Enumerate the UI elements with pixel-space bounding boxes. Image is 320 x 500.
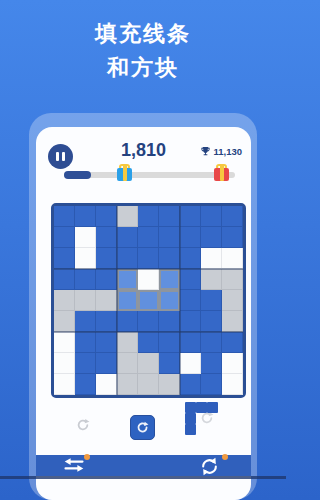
bottom-bar [36, 455, 251, 476]
board-cell-r8c9[interactable] [222, 353, 243, 374]
piece-block [185, 413, 196, 424]
board-cell-r9c6[interactable] [159, 374, 180, 395]
board-cell-r4c2[interactable] [75, 269, 96, 290]
board-cell-r9c9[interactable] [222, 374, 243, 395]
board-cell-r3c2[interactable] [75, 248, 96, 269]
board-cell-r1c6[interactable] [159, 206, 180, 227]
board-cell-r7c5[interactable] [138, 332, 159, 353]
board-cell-r8c7[interactable] [180, 353, 201, 374]
board-cell-r9c2[interactable] [75, 374, 96, 395]
title-line-1: 填充线条 [0, 17, 286, 51]
subgrid-line-h1 [54, 268, 243, 270]
board-cell-r1c9[interactable] [222, 206, 243, 227]
board-cell-r5c9[interactable] [222, 290, 243, 311]
board-cell-r2c1[interactable] [54, 227, 75, 248]
game-board[interactable] [51, 203, 246, 398]
progress-fill [64, 171, 91, 179]
board-cell-r4c7[interactable] [180, 269, 201, 290]
gift-blue-icon [117, 164, 132, 181]
swap-badge [84, 454, 90, 460]
board-cell-r5c6[interactable] [159, 290, 180, 311]
board-cell-r9c5[interactable] [138, 374, 159, 395]
board-cell-r8c1[interactable] [54, 353, 75, 374]
best-score-value: 11,130 [213, 146, 242, 157]
board-cell-r5c5[interactable] [138, 290, 159, 311]
subgrid-line-v2 [179, 206, 181, 395]
board-cell-r8c5[interactable] [138, 353, 159, 374]
board-cell-r1c2[interactable] [75, 206, 96, 227]
board-cell-r5c7[interactable] [180, 290, 201, 311]
board-cell-r1c7[interactable] [180, 206, 201, 227]
piece-block [196, 402, 207, 413]
board-cell-r3c9[interactable] [222, 248, 243, 269]
board-cell-r3c8[interactable] [201, 248, 222, 269]
board-cell-r7c2[interactable] [75, 332, 96, 353]
board-cell-r8c2[interactable] [75, 353, 96, 374]
board-cell-r6c2[interactable] [75, 311, 96, 332]
subgrid-line-v1 [116, 206, 118, 395]
tray-slot-3-piece-corner[interactable] [185, 402, 218, 435]
board-cell-r1c5[interactable] [138, 206, 159, 227]
board-cell-r5c1[interactable] [54, 290, 75, 311]
board-cell-r3c5[interactable] [138, 248, 159, 269]
piece-block [185, 424, 196, 435]
board-cell-r3c4[interactable] [117, 248, 138, 269]
board-cell-r2c3[interactable] [96, 227, 117, 248]
board-cell-r4c4[interactable] [117, 269, 138, 290]
board-cell-r6c1[interactable] [54, 311, 75, 332]
trophy-icon [200, 146, 211, 157]
board-cell-r6c6[interactable] [159, 311, 180, 332]
board-cell-r3c1[interactable] [54, 248, 75, 269]
board-cell-r4c3[interactable] [96, 269, 117, 290]
subgrid-line-h2 [54, 331, 243, 333]
swap-pieces-button[interactable] [63, 457, 87, 475]
board-cell-r4c1[interactable] [54, 269, 75, 290]
board-cell-r7c3[interactable] [96, 332, 117, 353]
swap-arrows-icon [63, 457, 85, 473]
board-cell-r5c2[interactable] [75, 290, 96, 311]
board-cell-r3c6[interactable] [159, 248, 180, 269]
page-title: 填充线条 和方块 [0, 17, 286, 85]
board-cell-r5c3[interactable] [96, 290, 117, 311]
board-cell-r1c3[interactable] [96, 206, 117, 227]
board-cell-r6c8[interactable] [201, 311, 222, 332]
board-cell-r2c8[interactable] [201, 227, 222, 248]
board-cell-r7c1[interactable] [54, 332, 75, 353]
bottom-separator-line [0, 476, 286, 479]
board-cell-r9c7[interactable] [180, 374, 201, 395]
piece-empty [196, 424, 207, 435]
board-cell-r6c5[interactable] [138, 311, 159, 332]
board-cell-r7c6[interactable] [159, 332, 180, 353]
board-cell-r5c8[interactable] [201, 290, 222, 311]
piece-block [185, 402, 196, 413]
game-card: 1,810 11,130 [36, 127, 251, 500]
gift-red-icon [214, 164, 229, 181]
board-cell-r2c4[interactable] [117, 227, 138, 248]
board-cell-r2c6[interactable] [159, 227, 180, 248]
board-cell-r1c1[interactable] [54, 206, 75, 227]
board-cell-r4c8[interactable] [201, 269, 222, 290]
piece-block [207, 402, 218, 413]
board-cell-r9c1[interactable] [54, 374, 75, 395]
board-cell-r3c7[interactable] [180, 248, 201, 269]
board-grid[interactable] [54, 206, 243, 395]
board-cell-r2c5[interactable] [138, 227, 159, 248]
board-cell-r8c3[interactable] [96, 353, 117, 374]
board-cell-r6c7[interactable] [180, 311, 201, 332]
board-cell-r8c8[interactable] [201, 353, 222, 374]
board-cell-r2c2[interactable] [75, 227, 96, 248]
board-cell-r4c9[interactable] [222, 269, 243, 290]
piece-empty [196, 413, 207, 424]
tray-slot-2-piece-1x1[interactable] [130, 415, 155, 440]
board-cell-r9c4[interactable] [117, 374, 138, 395]
board-cell-r9c8[interactable] [201, 374, 222, 395]
board-cell-r6c4[interactable] [117, 311, 138, 332]
board-cell-r8c4[interactable] [117, 353, 138, 374]
board-cell-r1c4[interactable] [117, 206, 138, 227]
piece-empty [207, 424, 218, 435]
board-cell-r2c9[interactable] [222, 227, 243, 248]
board-cell-r3c3[interactable] [96, 248, 117, 269]
board-cell-r6c3[interactable] [96, 311, 117, 332]
best-score: 11,130 [200, 146, 242, 157]
board-cell-r4c6[interactable] [159, 269, 180, 290]
board-cell-r7c7[interactable] [180, 332, 201, 353]
board-cell-r9c3[interactable] [96, 374, 117, 395]
tray-slot-1[interactable] [76, 418, 90, 436]
board-cell-r4c5[interactable] [138, 269, 159, 290]
board-cell-r2c7[interactable] [180, 227, 201, 248]
refresh-pieces-button[interactable] [200, 457, 224, 475]
title-line-2: 和方块 [0, 51, 286, 85]
board-cell-r5c4[interactable] [117, 290, 138, 311]
rotate-icon [76, 418, 90, 432]
board-cell-r7c4[interactable] [117, 332, 138, 353]
refresh-badge [222, 454, 228, 460]
board-cell-r7c8[interactable] [201, 332, 222, 353]
board-cell-r1c8[interactable] [201, 206, 222, 227]
board-cell-r6c9[interactable] [222, 311, 243, 332]
rotate-icon [136, 421, 149, 434]
board-cell-r7c9[interactable] [222, 332, 243, 353]
board-cell-r8c6[interactable] [159, 353, 180, 374]
refresh-icon [200, 457, 219, 476]
piece-empty [207, 413, 218, 424]
